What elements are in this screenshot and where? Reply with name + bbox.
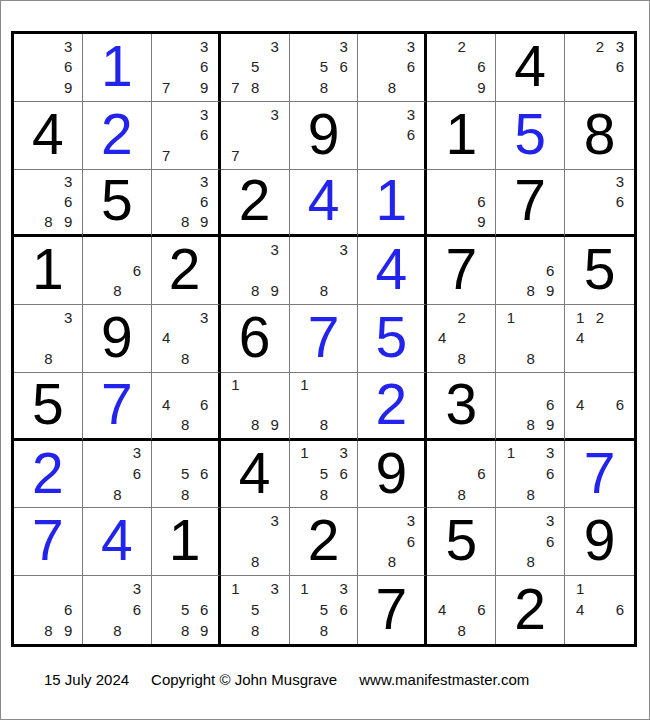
cell-r1c1[interactable]: 369 — [14, 34, 83, 102]
empty-slot — [226, 36, 246, 57]
empty-slot — [88, 463, 108, 484]
empty-slot — [88, 260, 108, 281]
candidate-digit: 1 — [295, 375, 315, 395]
cell-r7c1[interactable]: 2 — [14, 441, 83, 509]
solved-digit: 1 — [376, 172, 408, 229]
candidate-digit: 3 — [610, 172, 630, 192]
cell-r9c8[interactable]: 2 — [496, 576, 565, 644]
solved-digit: 2 — [376, 376, 408, 433]
empty-slot — [127, 484, 147, 505]
candidates: 248 — [427, 305, 495, 372]
candidate-digit: 8 — [452, 348, 472, 369]
candidates: 689 — [496, 373, 564, 438]
candidate-digit: 5 — [245, 599, 265, 620]
cell-r2c5[interactable]: 9 — [290, 102, 359, 170]
cell-r1c6[interactable]: 368 — [358, 34, 427, 102]
empty-slot — [157, 307, 176, 328]
empty-slot — [88, 281, 108, 302]
empty-slot — [314, 239, 334, 260]
cell-r6c8[interactable]: 689 — [496, 373, 565, 441]
empty-slot — [176, 104, 195, 125]
empty-slot — [295, 57, 315, 78]
candidates: 369 — [14, 34, 82, 101]
empty-slot — [39, 77, 59, 98]
candidates: 348 — [152, 305, 218, 372]
given-digit: 4 — [514, 38, 546, 95]
candidate-digit: 5 — [314, 463, 334, 484]
candidate-digit: 1 — [295, 578, 315, 599]
empty-slot — [176, 328, 195, 349]
candidates: 18 — [496, 305, 564, 372]
empty-slot — [472, 620, 492, 641]
candidates: 3578 — [221, 34, 289, 101]
cell-r5c8[interactable]: 18 — [496, 305, 565, 373]
cell-r7c8[interactable]: 1368 — [496, 441, 565, 509]
candidate-digit: 1 — [570, 578, 590, 599]
empty-slot — [176, 443, 195, 464]
cell-r5c1[interactable]: 38 — [14, 305, 83, 373]
candidate-digit: 7 — [226, 77, 246, 98]
cell-r3c8[interactable]: 7 — [496, 170, 565, 238]
cell-r1c2[interactable]: 1 — [83, 34, 152, 102]
cell-r3c6[interactable]: 1 — [358, 170, 427, 238]
empty-slot — [521, 375, 541, 395]
cell-r8c5[interactable]: 2 — [290, 508, 359, 576]
empty-slot — [265, 395, 285, 415]
empty-slot — [88, 578, 108, 599]
empty-slot — [295, 415, 315, 435]
cell-r9c7[interactable]: 468 — [427, 576, 496, 644]
candidates: 37 — [221, 102, 289, 169]
empty-slot — [19, 307, 39, 328]
empty-slot — [334, 375, 354, 395]
empty-slot — [521, 510, 541, 531]
cell-r8c6[interactable]: 368 — [358, 508, 427, 576]
empty-slot — [195, 415, 214, 435]
empty-slot — [452, 599, 472, 620]
empty-slot — [226, 281, 246, 302]
cell-r3c7[interactable]: 69 — [427, 170, 496, 238]
cell-r2c7[interactable]: 1 — [427, 102, 496, 170]
cell-r3c4[interactable]: 2 — [221, 170, 290, 238]
candidate-digit: 3 — [195, 307, 214, 328]
cell-r2c9[interactable]: 8 — [565, 102, 634, 170]
footer-date: 15 July 2024 — [44, 671, 129, 688]
empty-slot — [334, 77, 354, 98]
cell-r5c5[interactable]: 7 — [290, 305, 359, 373]
candidate-digit: 6 — [334, 599, 354, 620]
cell-r4c4[interactable]: 389 — [221, 237, 290, 305]
empty-slot — [58, 328, 78, 349]
candidate-digit: 3 — [58, 172, 78, 192]
empty-slot — [363, 531, 382, 552]
empty-slot — [452, 328, 472, 349]
empty-slot — [176, 36, 195, 57]
empty-slot — [157, 463, 176, 484]
solved-digit: 4 — [376, 241, 408, 298]
candidate-digit: 9 — [58, 77, 78, 98]
empty-slot — [432, 172, 452, 192]
cell-r2c3[interactable]: 367 — [152, 102, 221, 170]
empty-slot — [540, 348, 560, 369]
cell-r1c5[interactable]: 3568 — [290, 34, 359, 102]
cell-r7c4[interactable]: 4 — [221, 441, 290, 509]
empty-slot — [501, 239, 521, 260]
empty-slot — [195, 443, 214, 464]
empty-slot — [501, 281, 521, 302]
empty-slot — [19, 211, 39, 231]
candidate-digit: 6 — [472, 463, 492, 484]
empty-slot — [432, 348, 452, 369]
candidate-digit: 8 — [176, 211, 195, 231]
cell-r7c5[interactable]: 13568 — [290, 441, 359, 509]
candidate-digit: 8 — [452, 620, 472, 641]
empty-slot — [19, 599, 39, 620]
cell-r4c1[interactable]: 1 — [14, 237, 83, 305]
candidate-digit: 3 — [401, 510, 420, 531]
cell-r1c9[interactable]: 236 — [565, 34, 634, 102]
cell-r2c8[interactable]: 5 — [496, 102, 565, 170]
candidates: 368 — [83, 576, 151, 644]
candidate-digit: 1 — [226, 578, 246, 599]
candidate-digit: 8 — [176, 484, 195, 505]
empty-slot — [590, 172, 610, 192]
cell-r7c7[interactable]: 68 — [427, 441, 496, 509]
candidate-digit: 6 — [610, 191, 630, 211]
empty-slot — [314, 578, 334, 599]
cell-r9c1[interactable]: 689 — [14, 576, 83, 644]
empty-slot — [472, 307, 492, 328]
empty-slot — [452, 578, 472, 599]
cell-r6c5[interactable]: 18 — [290, 373, 359, 441]
empty-slot — [432, 191, 452, 211]
empty-slot — [432, 463, 452, 484]
cell-r8c4[interactable]: 38 — [221, 508, 290, 576]
empty-slot — [245, 239, 265, 260]
empty-slot — [226, 57, 246, 78]
empty-slot — [401, 77, 420, 98]
solved-digit: 7 — [101, 376, 133, 433]
empty-slot — [382, 124, 401, 145]
cell-r2c2[interactable]: 2 — [83, 102, 152, 170]
empty-slot — [432, 77, 452, 98]
cell-r9c2[interactable]: 368 — [83, 576, 152, 644]
empty-slot — [295, 395, 315, 415]
empty-slot — [363, 124, 382, 145]
cell-r1c4[interactable]: 3578 — [221, 34, 290, 102]
cell-r4c9[interactable]: 5 — [565, 237, 634, 305]
empty-slot — [472, 36, 492, 57]
empty-slot — [176, 145, 195, 166]
given-digit: 4 — [239, 445, 271, 502]
empty-slot — [363, 145, 382, 166]
empty-slot — [363, 77, 382, 98]
empty-slot — [334, 484, 354, 505]
empty-slot — [157, 36, 176, 57]
cell-r3c5[interactable]: 4 — [290, 170, 359, 238]
cell-r6c6[interactable]: 2 — [358, 373, 427, 441]
empty-slot — [472, 484, 492, 505]
candidate-digit: 8 — [314, 415, 334, 435]
given-digit: 9 — [584, 512, 616, 569]
empty-slot — [314, 443, 334, 464]
cell-r3c9[interactable]: 36 — [565, 170, 634, 238]
empty-slot — [501, 348, 521, 369]
solved-digit: 4 — [101, 512, 133, 569]
footer: 15 July 2024 Copyright © John Musgrave w… — [44, 671, 529, 688]
empty-slot — [570, 211, 590, 231]
candidates: 689 — [496, 237, 564, 304]
empty-slot — [501, 552, 521, 573]
candidate-digit: 1 — [570, 307, 590, 328]
solved-digit: 7 — [308, 309, 340, 366]
candidate-digit: 8 — [521, 552, 541, 573]
candidate-digit: 8 — [176, 415, 195, 435]
cell-r6c3[interactable]: 468 — [152, 373, 221, 441]
empty-slot — [521, 395, 541, 415]
cell-r5c6[interactable]: 5 — [358, 305, 427, 373]
empty-slot — [157, 124, 176, 145]
empty-slot — [540, 328, 560, 349]
given-digit: 2 — [308, 512, 340, 569]
empty-slot — [157, 172, 176, 192]
empty-slot — [472, 348, 492, 369]
candidates: 368 — [358, 508, 424, 575]
cell-r2c6[interactable]: 36 — [358, 102, 427, 170]
candidate-digit: 6 — [472, 57, 492, 78]
cell-r5c7[interactable]: 248 — [427, 305, 496, 373]
empty-slot — [432, 36, 452, 57]
cell-r3c1[interactable]: 3689 — [14, 170, 83, 238]
cell-r5c4[interactable]: 6 — [221, 305, 290, 373]
given-digit: 8 — [584, 106, 616, 163]
empty-slot — [521, 307, 541, 328]
empty-slot — [521, 260, 541, 281]
cell-r8c7[interactable]: 5 — [427, 508, 496, 576]
empty-slot — [226, 260, 246, 281]
cell-r3c3[interactable]: 3689 — [152, 170, 221, 238]
cell-r2c1[interactable]: 4 — [14, 102, 83, 170]
cell-r2c4[interactable]: 37 — [221, 102, 290, 170]
footer-copyright: Copyright © John Musgrave — [151, 671, 337, 688]
empty-slot — [157, 348, 176, 369]
empty-slot — [19, 172, 39, 192]
empty-slot — [88, 239, 108, 260]
candidates: 38 — [221, 508, 289, 575]
empty-slot — [570, 620, 590, 641]
empty-slot — [295, 239, 315, 260]
empty-slot — [432, 620, 452, 641]
cell-r8c1[interactable]: 7 — [14, 508, 83, 576]
candidate-digit: 5 — [314, 599, 334, 620]
cell-r1c7[interactable]: 269 — [427, 34, 496, 102]
cell-r6c9[interactable]: 46 — [565, 373, 634, 441]
candidate-digit: 2 — [590, 307, 610, 328]
empty-slot — [176, 124, 195, 145]
candidate-digit: 6 — [610, 57, 630, 78]
empty-slot — [58, 348, 78, 369]
candidate-digit: 8 — [382, 552, 401, 573]
cell-r6c1[interactable]: 5 — [14, 373, 83, 441]
cell-r5c3[interactable]: 348 — [152, 305, 221, 373]
cell-r8c9[interactable]: 9 — [565, 508, 634, 576]
solved-digit: 5 — [514, 106, 546, 163]
empty-slot — [245, 36, 265, 57]
candidates: 38 — [290, 237, 358, 304]
candidates: 36 — [358, 102, 424, 169]
cell-r4c3[interactable]: 2 — [152, 237, 221, 305]
empty-slot — [127, 281, 147, 302]
candidates: 1368 — [496, 441, 564, 508]
candidates: 189 — [221, 373, 289, 438]
cell-r9c3[interactable]: 5689 — [152, 576, 221, 644]
candidate-digit: 3 — [127, 578, 147, 599]
empty-slot — [501, 375, 521, 395]
cell-r8c2[interactable]: 4 — [83, 508, 152, 576]
empty-slot — [176, 307, 195, 328]
empty-slot — [176, 172, 195, 192]
cell-r6c2[interactable]: 7 — [83, 373, 152, 441]
empty-slot — [570, 375, 590, 395]
cell-r6c4[interactable]: 189 — [221, 373, 290, 441]
empty-slot — [265, 620, 285, 641]
empty-slot — [610, 578, 630, 599]
empty-slot — [432, 57, 452, 78]
cell-r8c3[interactable]: 1 — [152, 508, 221, 576]
candidate-digit: 8 — [521, 348, 541, 369]
empty-slot — [295, 77, 315, 98]
empty-slot — [245, 531, 265, 552]
given-digit: 5 — [445, 512, 477, 569]
empty-slot — [295, 260, 315, 281]
empty-slot — [590, 599, 610, 620]
candidate-digit: 8 — [382, 77, 401, 98]
candidates: 68 — [427, 441, 495, 508]
candidate-digit: 6 — [472, 599, 492, 620]
candidate-digit: 3 — [334, 443, 354, 464]
cell-r7c9[interactable]: 7 — [565, 441, 634, 509]
candidate-digit: 5 — [176, 599, 195, 620]
empty-slot — [610, 328, 630, 349]
candidate-digit: 3 — [334, 578, 354, 599]
candidate-digit: 1 — [501, 443, 521, 464]
given-digit: 2 — [239, 172, 271, 229]
candidate-digit: 8 — [521, 281, 541, 302]
empty-slot — [19, 57, 39, 78]
empty-slot — [19, 36, 39, 57]
empty-slot — [265, 375, 285, 395]
given-digit: 2 — [169, 241, 201, 298]
candidate-digit: 8 — [39, 348, 59, 369]
empty-slot — [39, 578, 59, 599]
empty-slot — [157, 599, 176, 620]
candidate-digit: 8 — [39, 211, 59, 231]
cell-r9c4[interactable]: 1358 — [221, 576, 290, 644]
cell-r4c5[interactable]: 38 — [290, 237, 359, 305]
empty-slot — [157, 57, 176, 78]
cell-r9c9[interactable]: 146 — [565, 576, 634, 644]
cell-r4c6[interactable]: 4 — [358, 237, 427, 305]
candidates: 5689 — [152, 576, 218, 644]
empty-slot — [245, 124, 265, 145]
candidates: 368 — [83, 441, 151, 508]
candidate-digit: 3 — [265, 36, 285, 57]
candidate-digit: 3 — [334, 36, 354, 57]
candidate-digit: 6 — [540, 395, 560, 415]
candidate-digit: 5 — [176, 463, 195, 484]
cell-r8c8[interactable]: 368 — [496, 508, 565, 576]
empty-slot — [39, 328, 59, 349]
cell-r4c7[interactable]: 7 — [427, 237, 496, 305]
empty-slot — [157, 375, 176, 395]
empty-slot — [176, 57, 195, 78]
candidate-digit: 8 — [39, 620, 59, 641]
candidate-digit: 7 — [157, 145, 176, 166]
empty-slot — [88, 484, 108, 505]
given-digit: 5 — [101, 172, 133, 229]
empty-slot — [157, 443, 176, 464]
candidate-digit: 3 — [540, 510, 560, 531]
given-digit: 1 — [445, 106, 477, 163]
solved-digit: 2 — [32, 445, 64, 502]
cell-r9c6[interactable]: 7 — [358, 576, 427, 644]
candidate-digit: 8 — [245, 77, 265, 98]
candidate-digit: 6 — [610, 599, 630, 620]
empty-slot — [88, 620, 108, 641]
candidate-digit: 8 — [245, 620, 265, 641]
cell-r4c2[interactable]: 68 — [83, 237, 152, 305]
cell-r7c2[interactable]: 368 — [83, 441, 152, 509]
empty-slot — [108, 599, 128, 620]
cell-r3c2[interactable]: 5 — [83, 170, 152, 238]
candidate-digit: 7 — [157, 77, 176, 98]
cell-r9c5[interactable]: 13568 — [290, 576, 359, 644]
cell-r4c8[interactable]: 689 — [496, 237, 565, 305]
cell-r1c8[interactable]: 4 — [496, 34, 565, 102]
cell-r5c2[interactable]: 9 — [83, 305, 152, 373]
empty-slot — [432, 578, 452, 599]
candidate-digit: 2 — [452, 307, 472, 328]
candidates: 36 — [565, 170, 634, 235]
given-digit: 2 — [514, 581, 546, 638]
sudoku-grid: 3691367935783568368269423642367379361583… — [11, 31, 637, 647]
cell-r7c6[interactable]: 9 — [358, 441, 427, 509]
empty-slot — [195, 484, 214, 505]
candidate-digit: 9 — [195, 211, 214, 231]
empty-slot — [363, 510, 382, 531]
cell-r5c9[interactable]: 124 — [565, 305, 634, 373]
candidate-digit: 3 — [195, 36, 214, 57]
cell-r1c3[interactable]: 3679 — [152, 34, 221, 102]
candidates: 68 — [83, 237, 151, 304]
empty-slot — [245, 260, 265, 281]
candidate-digit: 6 — [334, 463, 354, 484]
empty-slot — [570, 191, 590, 211]
empty-slot — [610, 211, 630, 231]
empty-slot — [570, 348, 590, 369]
empty-slot — [265, 145, 285, 166]
candidate-digit: 6 — [540, 531, 560, 552]
empty-slot — [452, 443, 472, 464]
cell-r6c7[interactable]: 3 — [427, 373, 496, 441]
empty-slot — [265, 77, 285, 98]
empty-slot — [39, 57, 59, 78]
cell-r7c3[interactable]: 568 — [152, 441, 221, 509]
given-digit: 7 — [376, 581, 408, 638]
empty-slot — [501, 531, 521, 552]
empty-slot — [157, 484, 176, 505]
given-digit: 1 — [32, 241, 64, 298]
